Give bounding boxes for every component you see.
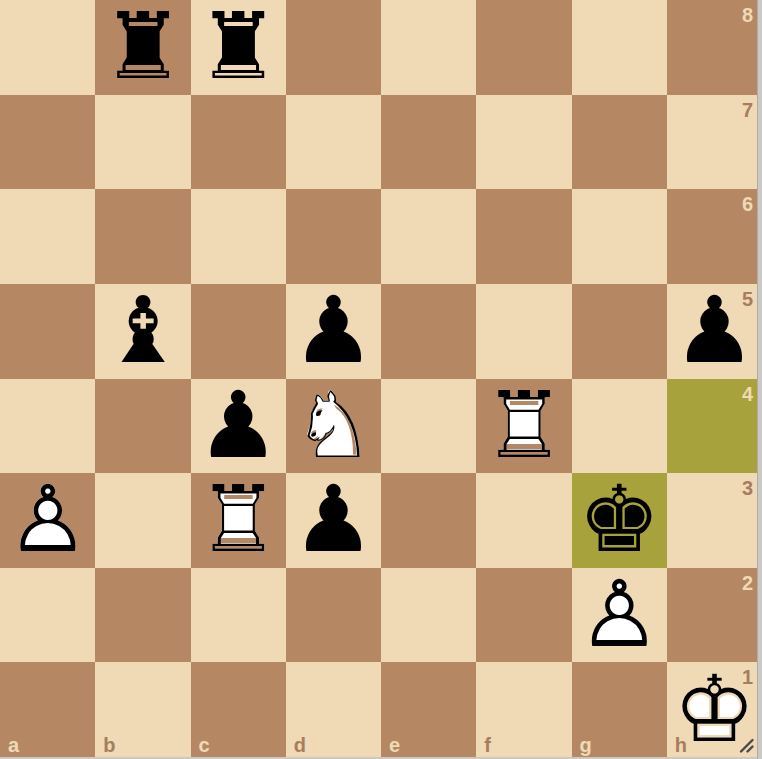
square-b4[interactable] (95, 379, 190, 474)
square-h6[interactable]: 6 (667, 189, 762, 284)
square-g8[interactable] (572, 0, 667, 95)
rank-label-3: 3 (742, 478, 753, 498)
black-rook-glyph: ♜ (191, 0, 286, 95)
black-pawn[interactable]: ♟ (286, 473, 381, 568)
square-a1[interactable]: a (0, 662, 95, 757)
square-h2[interactable]: 2 (667, 568, 762, 663)
white-rook[interactable]: ♜♖ (476, 379, 571, 474)
black-pawn-glyph: ♟ (286, 473, 381, 568)
square-d3[interactable]: ♟ (286, 473, 381, 568)
square-c2[interactable] (191, 568, 286, 663)
square-a5[interactable] (0, 284, 95, 379)
white-rook-outline-glyph: ♖ (191, 473, 286, 568)
square-a7[interactable] (0, 95, 95, 190)
square-h7[interactable]: 7 (667, 95, 762, 190)
square-g3[interactable]: ♚ (572, 473, 667, 568)
square-f2[interactable] (476, 568, 571, 663)
white-knight-outline-glyph: ♘ (286, 379, 381, 474)
square-b5[interactable]: ♝ (95, 284, 190, 379)
square-b6[interactable] (95, 189, 190, 284)
square-f4[interactable]: ♜♖ (476, 379, 571, 474)
square-c6[interactable] (191, 189, 286, 284)
square-g1[interactable]: g (572, 662, 667, 757)
file-label-c: c (199, 735, 210, 755)
square-c5[interactable] (191, 284, 286, 379)
rank-label-7: 7 (742, 100, 753, 120)
page-scrollbar[interactable] (757, 0, 762, 759)
square-d4[interactable]: ♞♘ (286, 379, 381, 474)
square-d8[interactable] (286, 0, 381, 95)
black-rook-glyph: ♜ (95, 0, 190, 95)
square-e7[interactable] (381, 95, 476, 190)
square-b7[interactable] (95, 95, 190, 190)
white-pawn-outline-glyph: ♙ (572, 568, 667, 663)
square-f5[interactable] (476, 284, 571, 379)
square-c3[interactable]: ♜♖ (191, 473, 286, 568)
square-e1[interactable]: e (381, 662, 476, 757)
square-d1[interactable]: d (286, 662, 381, 757)
rank-label-6: 6 (742, 194, 753, 214)
square-f3[interactable] (476, 473, 571, 568)
square-a8[interactable] (0, 0, 95, 95)
square-h3[interactable]: 3 (667, 473, 762, 568)
square-b2[interactable] (95, 568, 190, 663)
black-pawn-glyph: ♟ (667, 284, 762, 379)
white-rook-outline-glyph: ♖ (476, 379, 571, 474)
square-c7[interactable] (191, 95, 286, 190)
file-label-b: b (103, 735, 115, 755)
square-a2[interactable] (0, 568, 95, 663)
square-a6[interactable] (0, 189, 95, 284)
square-g2[interactable]: ♟♙ (572, 568, 667, 663)
black-rook[interactable]: ♜ (191, 0, 286, 95)
square-b8[interactable]: ♜ (95, 0, 190, 95)
square-f8[interactable] (476, 0, 571, 95)
black-pawn-glyph: ♟ (286, 284, 381, 379)
file-label-g: g (580, 735, 592, 755)
file-label-f: f (484, 735, 491, 755)
square-b1[interactable]: b (95, 662, 190, 757)
square-g5[interactable] (572, 284, 667, 379)
square-d6[interactable] (286, 189, 381, 284)
square-f1[interactable]: f (476, 662, 571, 757)
black-pawn[interactable]: ♟ (286, 284, 381, 379)
square-g4[interactable] (572, 379, 667, 474)
square-h8[interactable]: 8 (667, 0, 762, 95)
page: ♜♜876♝♟5♟♟♞♘♜♖4♟♙♜♖♟♚3♟♙2abcdefg1h♚♔ (0, 0, 762, 759)
square-e5[interactable] (381, 284, 476, 379)
black-rook[interactable]: ♜ (95, 0, 190, 95)
square-g6[interactable] (572, 189, 667, 284)
square-e3[interactable] (381, 473, 476, 568)
square-d5[interactable]: ♟ (286, 284, 381, 379)
file-label-a: a (8, 735, 19, 755)
square-c1[interactable]: c (191, 662, 286, 757)
file-label-d: d (294, 735, 306, 755)
white-pawn[interactable]: ♟♙ (0, 473, 95, 568)
white-pawn-outline-glyph: ♙ (0, 473, 95, 568)
white-pawn[interactable]: ♟♙ (572, 568, 667, 663)
white-knight[interactable]: ♞♘ (286, 379, 381, 474)
square-c8[interactable]: ♜ (191, 0, 286, 95)
board-resize-handle[interactable] (738, 737, 755, 754)
white-rook[interactable]: ♜♖ (191, 473, 286, 568)
square-e8[interactable] (381, 0, 476, 95)
square-h5[interactable]: 5♟ (667, 284, 762, 379)
square-e6[interactable] (381, 189, 476, 284)
black-pawn-glyph: ♟ (191, 379, 286, 474)
square-f6[interactable] (476, 189, 571, 284)
file-label-e: e (389, 735, 400, 755)
square-c4[interactable]: ♟ (191, 379, 286, 474)
square-a3[interactable]: ♟♙ (0, 473, 95, 568)
rank-label-8: 8 (742, 5, 753, 25)
square-a4[interactable] (0, 379, 95, 474)
square-e4[interactable] (381, 379, 476, 474)
square-e2[interactable] (381, 568, 476, 663)
black-bishop[interactable]: ♝ (95, 284, 190, 379)
black-pawn[interactable]: ♟ (191, 379, 286, 474)
square-b3[interactable] (95, 473, 190, 568)
black-bishop-glyph: ♝ (95, 284, 190, 379)
square-g7[interactable] (572, 95, 667, 190)
square-d7[interactable] (286, 95, 381, 190)
black-pawn[interactable]: ♟ (667, 284, 762, 379)
square-d2[interactable] (286, 568, 381, 663)
chess-board: ♜♜876♝♟5♟♟♞♘♜♖4♟♙♜♖♟♚3♟♙2abcdefg1h♚♔ (0, 0, 762, 757)
square-h4[interactable]: 4 (667, 379, 762, 474)
square-f7[interactable] (476, 95, 571, 190)
rank-label-2: 2 (742, 573, 753, 593)
black-king[interactable]: ♚ (572, 473, 667, 568)
rank-label-4: 4 (742, 384, 753, 404)
black-king-glyph: ♚ (572, 473, 667, 568)
